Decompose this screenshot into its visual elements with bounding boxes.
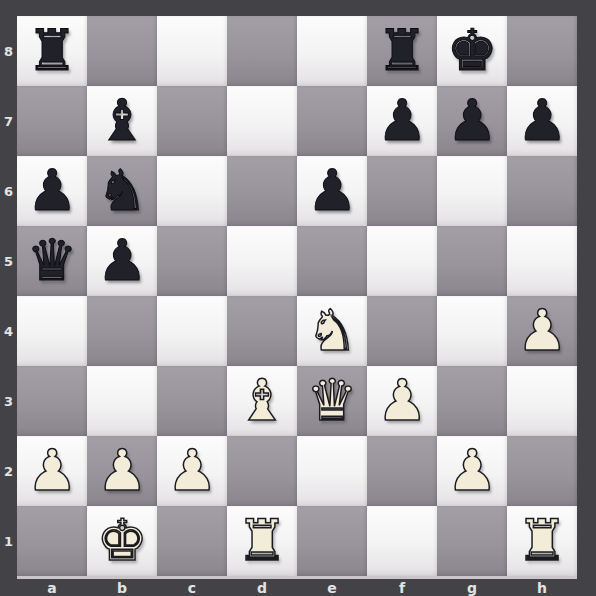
file-label-e: e [297,579,367,596]
black-bishop-b7[interactable]: ♝ [87,86,157,156]
black-queen-a5[interactable]: ♛ [17,226,87,296]
white-rook-d1[interactable]: ♜ [227,506,297,576]
square-h8[interactable] [507,16,577,86]
square-f7[interactable]: ♟ [367,86,437,156]
square-e7[interactable] [297,86,367,156]
rank-labels: 87654321 [0,16,17,576]
square-h7[interactable]: ♟ [507,86,577,156]
square-e5[interactable] [297,226,367,296]
white-rook-h1[interactable]: ♜ [507,506,577,576]
file-label-g: g [437,579,507,596]
square-e6[interactable]: ♟ [297,156,367,226]
square-g8[interactable]: ♚ [437,16,507,86]
square-c2[interactable]: ♟ [157,436,227,506]
square-d8[interactable] [227,16,297,86]
square-a4[interactable] [17,296,87,366]
square-a8[interactable]: ♜ [17,16,87,86]
black-pawn-b5[interactable]: ♟ [87,226,157,296]
square-d4[interactable] [227,296,297,366]
white-pawn-f3[interactable]: ♟ [367,366,437,436]
square-a1[interactable] [17,506,87,576]
square-d5[interactable] [227,226,297,296]
square-h3[interactable] [507,366,577,436]
square-c5[interactable] [157,226,227,296]
square-b5[interactable]: ♟ [87,226,157,296]
black-knight-b6[interactable]: ♞ [87,156,157,226]
square-e1[interactable] [297,506,367,576]
square-f1[interactable] [367,506,437,576]
black-pawn-h7[interactable]: ♟ [507,86,577,156]
square-a7[interactable] [17,86,87,156]
square-b4[interactable] [87,296,157,366]
square-b6[interactable]: ♞ [87,156,157,226]
square-g4[interactable] [437,296,507,366]
square-h5[interactable] [507,226,577,296]
square-h6[interactable] [507,156,577,226]
square-h4[interactable]: ♟ [507,296,577,366]
square-f2[interactable] [367,436,437,506]
white-pawn-g2[interactable]: ♟ [437,436,507,506]
white-queen-e3[interactable]: ♛ [297,366,367,436]
black-king-g8[interactable]: ♚ [437,16,507,86]
file-label-b: b [87,579,157,596]
square-d7[interactable] [227,86,297,156]
square-e2[interactable] [297,436,367,506]
black-rook-f8[interactable]: ♜ [367,16,437,86]
square-a5[interactable]: ♛ [17,226,87,296]
square-c7[interactable] [157,86,227,156]
square-g1[interactable] [437,506,507,576]
square-c4[interactable] [157,296,227,366]
square-b1[interactable]: ♚ [87,506,157,576]
black-pawn-f7[interactable]: ♟ [367,86,437,156]
rank-label-7: 7 [0,86,17,156]
black-pawn-e6[interactable]: ♟ [297,156,367,226]
square-a3[interactable] [17,366,87,436]
square-a2[interactable]: ♟ [17,436,87,506]
file-label-h: h [507,579,577,596]
square-e4[interactable]: ♞ [297,296,367,366]
square-f3[interactable]: ♟ [367,366,437,436]
square-f6[interactable] [367,156,437,226]
square-g3[interactable] [437,366,507,436]
black-pawn-a6[interactable]: ♟ [17,156,87,226]
square-h2[interactable] [507,436,577,506]
square-f4[interactable] [367,296,437,366]
square-b7[interactable]: ♝ [87,86,157,156]
file-labels: abcdefgh [17,579,577,596]
square-g2[interactable]: ♟ [437,436,507,506]
rank-label-1: 1 [0,506,17,576]
white-king-b1[interactable]: ♚ [87,506,157,576]
square-e3[interactable]: ♛ [297,366,367,436]
square-f5[interactable] [367,226,437,296]
file-label-f: f [367,579,437,596]
square-g7[interactable]: ♟ [437,86,507,156]
white-pawn-c2[interactable]: ♟ [157,436,227,506]
black-rook-a8[interactable]: ♜ [17,16,87,86]
square-g6[interactable] [437,156,507,226]
rank-label-4: 4 [0,296,17,366]
black-pawn-g7[interactable]: ♟ [437,86,507,156]
file-label-d: d [227,579,297,596]
square-d6[interactable] [227,156,297,226]
white-pawn-h4[interactable]: ♟ [507,296,577,366]
rank-label-3: 3 [0,366,17,436]
square-g5[interactable] [437,226,507,296]
file-label-c: c [157,579,227,596]
square-e8[interactable] [297,16,367,86]
square-c1[interactable] [157,506,227,576]
square-b8[interactable] [87,16,157,86]
rank-label-6: 6 [0,156,17,226]
white-pawn-b2[interactable]: ♟ [87,436,157,506]
square-b2[interactable]: ♟ [87,436,157,506]
square-c3[interactable] [157,366,227,436]
chess-board: ♜♜♚♝♟♟♟♟♞♟♛♟♞♟♝♛♟♟♟♟♟♚♜♜ [17,16,577,579]
rank-label-5: 5 [0,226,17,296]
square-d2[interactable] [227,436,297,506]
square-b3[interactable] [87,366,157,436]
square-f8[interactable]: ♜ [367,16,437,86]
square-d3[interactable]: ♝ [227,366,297,436]
white-bishop-d3[interactable]: ♝ [227,366,297,436]
square-c8[interactable] [157,16,227,86]
square-a6[interactable]: ♟ [17,156,87,226]
chess-board-frame: 87654321 ♜♜♚♝♟♟♟♟♞♟♛♟♞♟♝♛♟♟♟♟♟♚♜♜ abcdef… [0,0,596,596]
rank-label-8: 8 [0,16,17,86]
square-c6[interactable] [157,156,227,226]
square-d1[interactable]: ♜ [227,506,297,576]
white-pawn-a2[interactable]: ♟ [17,436,87,506]
white-knight-e4[interactable]: ♞ [297,296,367,366]
file-label-a: a [17,579,87,596]
rank-label-2: 2 [0,436,17,506]
square-h1[interactable]: ♜ [507,506,577,576]
